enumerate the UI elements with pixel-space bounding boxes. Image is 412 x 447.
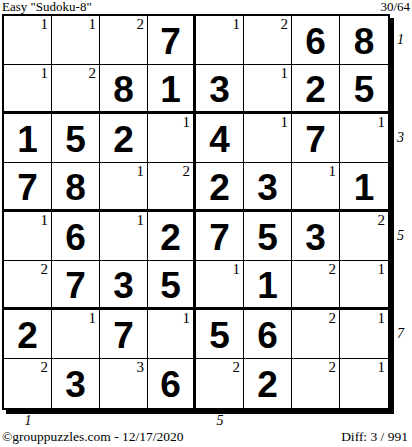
pencil-mark: 2 [281, 16, 289, 33]
cell-value: 7 [113, 317, 134, 354]
cell-value: 6 [160, 366, 181, 403]
cell-value: 2 [113, 121, 134, 158]
sudoku-cell[interactable]: 6 [244, 310, 292, 359]
sudoku-cell[interactable]: 2 [4, 359, 52, 408]
sudoku-cell[interactable]: 2 [292, 310, 340, 359]
sudoku-cell[interactable]: 2 [100, 114, 148, 163]
cell-value: 7 [65, 267, 86, 304]
sudoku-cell[interactable]: 1 [340, 261, 388, 310]
sudoku-cell[interactable]: 5 [148, 261, 196, 310]
cell-value: 5 [257, 219, 278, 256]
cell-value: 2 [17, 317, 38, 354]
pencil-mark: 1 [89, 16, 97, 33]
pencil-mark: 1 [281, 114, 289, 131]
difficulty-text: Diff: 3 / 991 [341, 429, 408, 445]
cell-value: 3 [257, 169, 278, 206]
sudoku-cell[interactable]: 2 [100, 16, 148, 65]
pencil-mark: 2 [41, 261, 49, 278]
cell-value: 6 [305, 23, 326, 60]
cell-value: 2 [257, 366, 278, 403]
sudoku-cell[interactable]: 7 [196, 212, 244, 261]
sudoku-cell[interactable]: 8 [52, 163, 100, 212]
sudoku-cell[interactable]: 1 [196, 16, 244, 65]
pencil-mark: 1 [233, 261, 241, 278]
pencil-mark: 2 [329, 261, 337, 278]
sudoku-cell[interactable]: 1 [340, 114, 388, 163]
row-label: 5 [397, 229, 404, 243]
sudoku-cell[interactable]: 1 [4, 65, 52, 114]
pencil-mark: 1 [281, 65, 289, 82]
row-label: 7 [397, 327, 404, 341]
pencil-mark: 2 [183, 163, 191, 180]
puzzle-counter: 30/64 [380, 0, 410, 15]
cell-value: 2 [209, 169, 230, 206]
pencil-mark: 1 [41, 65, 49, 82]
sudoku-cell[interactable]: 1 [196, 261, 244, 310]
pencil-mark: 2 [329, 310, 337, 327]
cell-value: 5 [209, 317, 230, 354]
pencil-mark: 1 [41, 16, 49, 33]
sudoku-board: 1127126812813125152141717812231116127532… [2, 14, 390, 410]
sudoku-cell[interactable]: 1 [4, 114, 52, 163]
sudoku-cell[interactable]: 7 [100, 310, 148, 359]
pencil-mark: 2 [378, 212, 386, 229]
pencil-mark: 1 [183, 114, 191, 131]
pencil-mark: 2 [41, 359, 49, 376]
sudoku-cell[interactable]: 3 [52, 359, 100, 408]
sudoku-cell[interactable]: 7 [4, 163, 52, 212]
sudoku-cell[interactable]: 1 [148, 310, 196, 359]
cell-value: 7 [17, 169, 38, 206]
cell-value: 7 [209, 219, 230, 256]
sudoku-cell[interactable]: 1 [292, 163, 340, 212]
pencil-mark: 1 [378, 261, 386, 278]
pencil-mark: 1 [378, 310, 386, 327]
cell-value: 1 [17, 121, 38, 158]
sudoku-cell[interactable]: 3 [196, 65, 244, 114]
pencil-mark: 1 [137, 163, 145, 180]
cell-value: 6 [65, 219, 86, 256]
sudoku-cell[interactable]: 3 [100, 261, 148, 310]
sudoku-cell[interactable]: 1 [148, 65, 196, 114]
sudoku-cell[interactable]: 6 [148, 359, 196, 408]
sudoku-cell[interactable]: 5 [196, 310, 244, 359]
sudoku-cell[interactable]: 7 [52, 261, 100, 310]
sudoku-cell[interactable]: 5 [52, 114, 100, 163]
sudoku-cell[interactable]: 2 [292, 359, 340, 408]
pencil-mark: 1 [329, 163, 337, 180]
sudoku-cell[interactable]: 5 [340, 65, 388, 114]
cell-value: 3 [113, 267, 134, 304]
sudoku-cell[interactable]: 1 [100, 163, 148, 212]
sudoku-cell[interactable]: 8 [100, 65, 148, 114]
cell-value: 7 [160, 23, 181, 60]
cell-value: 3 [65, 366, 86, 403]
cell-value: 4 [209, 121, 230, 158]
sudoku-cell[interactable]: 2 [4, 261, 52, 310]
pencil-mark: 1 [41, 212, 49, 229]
sudoku-cell[interactable]: 1 [148, 114, 196, 163]
col-label: 1 [25, 414, 32, 428]
sudoku-cell[interactable]: 1 [100, 212, 148, 261]
pencil-mark: 1 [233, 16, 241, 33]
pencil-mark: 1 [378, 359, 386, 376]
sudoku-cell[interactable]: 2 [244, 359, 292, 408]
sudoku-cell[interactable]: 2 [148, 163, 196, 212]
cell-value: 1 [257, 267, 278, 304]
cell-value: 5 [354, 71, 375, 108]
pencil-mark: 2 [89, 65, 97, 82]
pencil-mark: 1 [137, 212, 145, 229]
cell-value: 8 [113, 71, 134, 108]
cell-value: 5 [160, 267, 181, 304]
copyright-text: ©grouppuzzles.com - 12/17/2020 [2, 429, 184, 445]
sudoku-cell[interactable]: 3 [292, 212, 340, 261]
cell-value: 1 [160, 71, 181, 108]
cell-value: 6 [257, 317, 278, 354]
cell-value: 5 [65, 121, 86, 158]
sudoku-cell[interactable]: 2 [244, 16, 292, 65]
sudoku-cell[interactable]: 1 [244, 114, 292, 163]
sudoku-cell[interactable]: 4 [196, 114, 244, 163]
sudoku-cell[interactable]: 3 [100, 359, 148, 408]
col-label: 5 [217, 414, 224, 428]
sudoku-cell[interactable]: 1 [340, 163, 388, 212]
sudoku-cell[interactable]: 2 [52, 65, 100, 114]
sudoku-cell[interactable]: 1 [52, 310, 100, 359]
sudoku-cell[interactable]: 2 [292, 65, 340, 114]
pencil-mark: 1 [378, 114, 386, 131]
sudoku-cell[interactable]: 2 [196, 163, 244, 212]
puzzle-title: Easy "Sudoku-8" [2, 0, 92, 15]
cell-value: 8 [65, 169, 86, 206]
cell-value: 1 [354, 169, 375, 206]
sudoku-cell[interactable]: 1 [4, 16, 52, 65]
row-label: 1 [397, 33, 404, 47]
cell-value: 3 [209, 71, 230, 108]
sudoku-cell[interactable]: 2 [4, 310, 52, 359]
pencil-mark: 2 [137, 16, 145, 33]
sudoku-cell[interactable]: 8 [340, 16, 388, 65]
sudoku-cell[interactable]: 6 [292, 16, 340, 65]
pencil-mark: 2 [233, 359, 241, 376]
pencil-mark: 1 [183, 310, 191, 327]
cell-value: 3 [305, 219, 326, 256]
sudoku-cell[interactable]: 2 [340, 212, 388, 261]
sudoku-cell[interactable]: 6 [52, 212, 100, 261]
cell-value: 8 [354, 23, 375, 60]
sudoku-cell[interactable]: 1 [244, 65, 292, 114]
cell-value: 2 [160, 219, 181, 256]
cell-value: 7 [305, 121, 326, 158]
pencil-mark: 2 [329, 359, 337, 376]
sudoku-cell[interactable]: 2 [148, 212, 196, 261]
sudoku-cell[interactable]: 7 [148, 16, 196, 65]
sudoku-cell[interactable]: 2 [292, 261, 340, 310]
sudoku-cell[interactable]: 1 [244, 261, 292, 310]
sudoku-cell[interactable]: 7 [292, 114, 340, 163]
sudoku-cell[interactable]: 1 [4, 212, 52, 261]
sudoku-cell[interactable]: 5 [244, 212, 292, 261]
cell-value: 2 [305, 71, 326, 108]
sudoku-cell[interactable]: 1 [340, 359, 388, 408]
pencil-mark: 1 [89, 310, 97, 327]
sudoku-cell[interactable]: 3 [244, 163, 292, 212]
pencil-mark: 3 [137, 359, 145, 376]
row-label: 3 [397, 131, 404, 145]
sudoku-cell[interactable]: 1 [52, 16, 100, 65]
sudoku-cell[interactable]: 2 [196, 359, 244, 408]
sudoku-cell[interactable]: 1 [340, 310, 388, 359]
